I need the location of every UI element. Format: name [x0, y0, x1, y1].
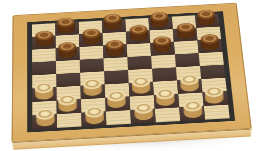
- checker-light-piece[interactable]: [156, 95, 175, 106]
- checkers-board: [12, 2, 252, 141]
- square-r6c3[interactable]: [80, 84, 105, 99]
- checker-dark-piece[interactable]: [83, 34, 101, 45]
- square-r6c5[interactable]: [129, 81, 154, 96]
- square-r8c8: [204, 104, 230, 119]
- checker-light-piece[interactable]: [205, 93, 225, 104]
- square-r3c8[interactable]: [197, 38, 222, 52]
- checker-light-piece[interactable]: [132, 83, 151, 94]
- checker-dark-piece[interactable]: [57, 23, 75, 33]
- square-r6c1[interactable]: [32, 87, 56, 102]
- checker-light-piece[interactable]: [35, 89, 54, 100]
- square-r3c5: [127, 42, 152, 56]
- checker-dark-piece[interactable]: [200, 40, 219, 51]
- square-r4c5[interactable]: [127, 55, 152, 69]
- square-r8c6: [155, 107, 181, 122]
- checker-light-piece[interactable]: [183, 107, 203, 118]
- board-photo: [0, 0, 260, 151]
- checker-light-piece[interactable]: [134, 109, 153, 120]
- square-r8c5[interactable]: [130, 108, 155, 123]
- square-r6c7[interactable]: [177, 79, 202, 94]
- square-r3c4[interactable]: [103, 44, 127, 58]
- checker-dark-piece[interactable]: [197, 16, 216, 26]
- square-r5c4[interactable]: [104, 70, 129, 84]
- checker-light-piece[interactable]: [83, 85, 102, 96]
- square-r2c1[interactable]: [32, 35, 56, 49]
- square-r3c2[interactable]: [56, 46, 80, 60]
- square-r8c4: [106, 110, 131, 125]
- board-frame: [12, 2, 252, 141]
- square-r2c7[interactable]: [173, 27, 198, 41]
- square-r7c4[interactable]: [105, 96, 130, 111]
- square-r8c2: [57, 112, 82, 127]
- square-r2c3[interactable]: [79, 32, 103, 46]
- square-r8c3[interactable]: [81, 111, 106, 126]
- checker-light-piece[interactable]: [36, 115, 55, 127]
- checker-dark-piece[interactable]: [129, 31, 147, 42]
- square-r4c4: [103, 57, 128, 71]
- checker-dark-piece[interactable]: [176, 29, 195, 40]
- square-r1c2[interactable]: [55, 21, 79, 35]
- square-r8c7[interactable]: [179, 105, 205, 120]
- square-r1c6[interactable]: [148, 16, 172, 30]
- square-r4c1[interactable]: [32, 61, 56, 75]
- checker-dark-piece[interactable]: [151, 18, 169, 28]
- checker-dark-piece[interactable]: [153, 42, 172, 53]
- square-r4c8: [199, 51, 224, 65]
- checker-light-piece[interactable]: [59, 101, 78, 112]
- square-r2c5[interactable]: [126, 30, 150, 44]
- checker-dark-piece[interactable]: [59, 48, 77, 59]
- square-r5c2[interactable]: [56, 72, 80, 87]
- square-r7c6[interactable]: [154, 93, 179, 108]
- square-r1c8[interactable]: [195, 14, 220, 28]
- square-r7c2[interactable]: [57, 99, 82, 114]
- checker-light-piece[interactable]: [107, 97, 126, 108]
- board-grid: [32, 14, 230, 129]
- square-r4c3[interactable]: [80, 58, 104, 72]
- checker-dark-piece[interactable]: [104, 20, 122, 30]
- square-r4c7[interactable]: [175, 53, 200, 67]
- checker-dark-piece[interactable]: [36, 37, 54, 48]
- frame-right-face: [237, 3, 252, 135]
- square-r3c6[interactable]: [150, 41, 175, 55]
- square-r7c8[interactable]: [202, 91, 228, 106]
- square-r1c4[interactable]: [102, 19, 126, 33]
- checker-dark-piece[interactable]: [106, 46, 124, 57]
- square-r4c6: [151, 54, 176, 68]
- frame-left-face: [12, 15, 14, 147]
- checker-light-piece[interactable]: [85, 113, 104, 124]
- square-r4c2: [56, 59, 80, 73]
- square-r5c6[interactable]: [152, 67, 177, 81]
- square-r5c8[interactable]: [200, 64, 225, 78]
- checker-light-piece[interactable]: [180, 81, 199, 92]
- square-r8c1[interactable]: [32, 114, 57, 129]
